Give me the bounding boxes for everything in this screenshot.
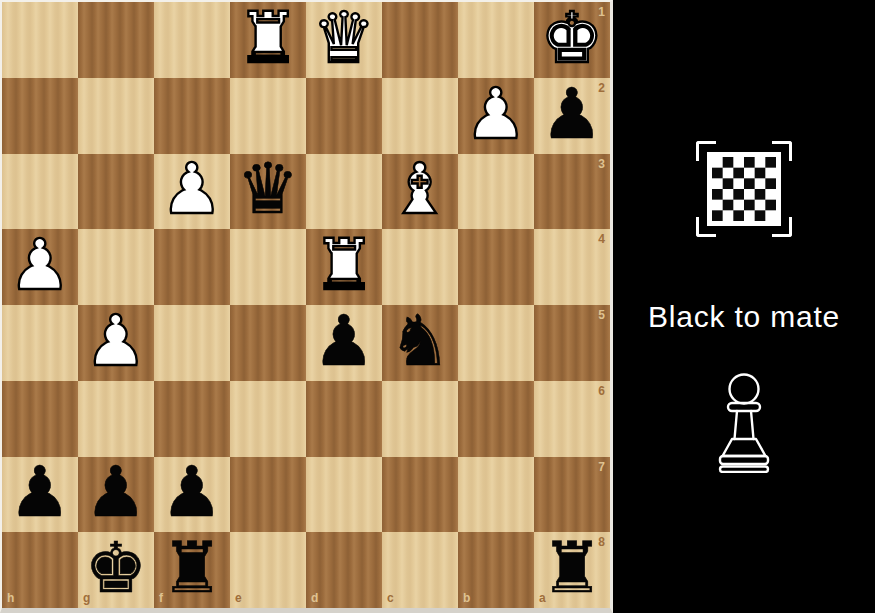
square-f5[interactable] [154, 305, 230, 381]
file-label-f: f [159, 592, 163, 604]
file-label-g: g [83, 592, 90, 604]
square-a3[interactable]: 3 [534, 154, 610, 230]
square-a7[interactable]: 7 [534, 457, 610, 533]
square-e2[interactable] [230, 78, 306, 154]
square-f2[interactable] [154, 78, 230, 154]
square-d5[interactable]: ♟ [306, 305, 382, 381]
square-e7[interactable] [230, 457, 306, 533]
square-b1[interactable] [458, 2, 534, 78]
square-a1[interactable]: ♚1 [534, 2, 610, 78]
white-pawn-icon [711, 369, 777, 473]
square-b8[interactable]: b [458, 532, 534, 608]
rank-label-7: 7 [598, 461, 605, 473]
square-d1[interactable]: ♛ [306, 2, 382, 78]
square-c8[interactable]: c [382, 532, 458, 608]
square-h3[interactable] [2, 154, 78, 230]
square-b2[interactable]: ♟ [458, 78, 534, 154]
puzzle-caption: Black to mate [648, 301, 840, 333]
white-pawn-f3: ♟ [161, 154, 224, 224]
square-c1[interactable] [382, 2, 458, 78]
square-a4[interactable]: 4 [534, 229, 610, 305]
square-c6[interactable] [382, 381, 458, 457]
square-c5[interactable]: ♞ [382, 305, 458, 381]
square-e5[interactable] [230, 305, 306, 381]
square-f7[interactable]: ♟ [154, 457, 230, 533]
black-pawn-g7: ♟ [85, 457, 148, 527]
black-knight-c5: ♞ [389, 306, 452, 376]
white-pawn-h4: ♟ [9, 230, 72, 300]
square-g3[interactable] [78, 154, 154, 230]
black-pawn-d5: ♟ [313, 306, 376, 376]
white-rook-e1: ♜ [237, 3, 300, 73]
square-e8[interactable]: e [230, 532, 306, 608]
black-queen-e3: ♛ [237, 154, 300, 224]
file-label-c: c [387, 592, 394, 604]
black-king-g8: ♚ [85, 533, 148, 603]
square-h6[interactable] [2, 381, 78, 457]
rank-label-2: 2 [598, 82, 605, 94]
black-pawn-f7: ♟ [161, 457, 224, 527]
square-h2[interactable] [2, 78, 78, 154]
chess-board-frame: ♜♛♚1♟♟2♟♛♝3♟♜4♟♟♞56♟♟♟7h♚g♜fedcb♜8a [0, 0, 613, 613]
square-b5[interactable] [458, 305, 534, 381]
square-c3[interactable]: ♝ [382, 154, 458, 230]
white-pawn-b2: ♟ [465, 79, 528, 149]
white-bishop-c3: ♝ [389, 154, 452, 224]
square-h7[interactable]: ♟ [2, 457, 78, 533]
black-rook-a8: ♜ [541, 533, 604, 603]
square-b4[interactable] [458, 229, 534, 305]
square-g5[interactable]: ♟ [78, 305, 154, 381]
rank-label-6: 6 [598, 385, 605, 397]
square-f3[interactable]: ♟ [154, 154, 230, 230]
file-label-b: b [463, 592, 470, 604]
square-d3[interactable] [306, 154, 382, 230]
square-b7[interactable] [458, 457, 534, 533]
square-g7[interactable]: ♟ [78, 457, 154, 533]
square-b3[interactable] [458, 154, 534, 230]
square-a8[interactable]: ♜8a [534, 532, 610, 608]
square-h4[interactable]: ♟ [2, 229, 78, 305]
rank-label-1: 1 [598, 6, 605, 18]
rank-label-3: 3 [598, 158, 605, 170]
square-g4[interactable] [78, 229, 154, 305]
square-d2[interactable] [306, 78, 382, 154]
square-d4[interactable]: ♜ [306, 229, 382, 305]
checkerboard-icon [707, 152, 781, 226]
chess-board: ♜♛♚1♟♟2♟♛♝3♟♜4♟♟♞56♟♟♟7h♚g♜fedcb♜8a [2, 2, 610, 608]
square-b6[interactable] [458, 381, 534, 457]
black-pawn-h7: ♟ [9, 457, 72, 527]
white-pawn-g5: ♟ [85, 306, 148, 376]
rank-label-8: 8 [598, 536, 605, 548]
square-f4[interactable] [154, 229, 230, 305]
square-c2[interactable] [382, 78, 458, 154]
square-f1[interactable] [154, 2, 230, 78]
file-label-h: h [7, 592, 14, 604]
square-g2[interactable] [78, 78, 154, 154]
square-a6[interactable]: 6 [534, 381, 610, 457]
square-e3[interactable]: ♛ [230, 154, 306, 230]
square-h8[interactable]: h [2, 532, 78, 608]
square-d8[interactable]: d [306, 532, 382, 608]
file-label-e: e [235, 592, 242, 604]
square-g6[interactable] [78, 381, 154, 457]
file-label-d: d [311, 592, 318, 604]
square-d6[interactable] [306, 381, 382, 457]
square-f6[interactable] [154, 381, 230, 457]
square-e6[interactable] [230, 381, 306, 457]
square-f8[interactable]: ♜f [154, 532, 230, 608]
square-c4[interactable] [382, 229, 458, 305]
square-e1[interactable]: ♜ [230, 2, 306, 78]
square-c7[interactable] [382, 457, 458, 533]
square-d7[interactable] [306, 457, 382, 533]
white-king-a1: ♚ [541, 3, 604, 73]
white-rook-d4: ♜ [313, 230, 376, 300]
square-h5[interactable] [2, 305, 78, 381]
square-e4[interactable] [230, 229, 306, 305]
square-a2[interactable]: ♟2 [534, 78, 610, 154]
white-queen-d1: ♛ [313, 3, 376, 73]
square-h1[interactable] [2, 2, 78, 78]
chessboard-scan-icon [696, 141, 792, 237]
side-panel: Black to mate [613, 0, 875, 613]
square-g1[interactable] [78, 2, 154, 78]
black-pawn-a2: ♟ [541, 79, 604, 149]
square-g8[interactable]: ♚g [78, 532, 154, 608]
black-rook-f8: ♜ [161, 533, 224, 603]
square-a5[interactable]: 5 [534, 305, 610, 381]
file-label-a: a [539, 592, 546, 604]
rank-label-4: 4 [598, 233, 605, 245]
rank-label-5: 5 [598, 309, 605, 321]
